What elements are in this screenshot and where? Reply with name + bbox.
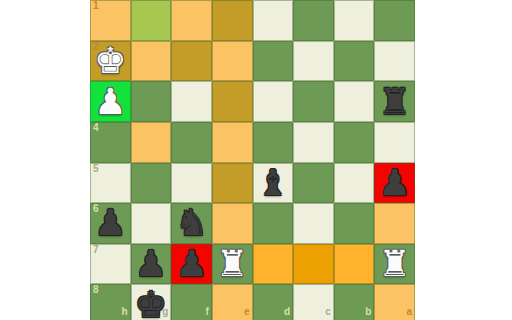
square-c1[interactable] bbox=[293, 0, 334, 41]
black-pawn-f7[interactable]: ♟ bbox=[171, 244, 212, 285]
square-b2[interactable] bbox=[334, 41, 375, 82]
file-label-e: e bbox=[244, 307, 250, 317]
file-label-d: d bbox=[284, 307, 290, 317]
square-h6[interactable]: 6♟ bbox=[90, 203, 131, 244]
square-b4[interactable] bbox=[334, 122, 375, 163]
chess-app-screen: 12♚♟♜45♝♟6♟♞7♟♟♜♜8hg♚fedcba bbox=[0, 0, 512, 320]
square-a6[interactable] bbox=[374, 203, 415, 244]
rank-label-1: 1 bbox=[93, 1, 99, 11]
square-b6[interactable] bbox=[334, 203, 375, 244]
square-d1[interactable] bbox=[253, 0, 294, 41]
square-h3[interactable]: ♟ bbox=[90, 81, 131, 122]
square-c7[interactable] bbox=[293, 244, 334, 285]
square-a8[interactable]: a bbox=[374, 284, 415, 320]
square-c5[interactable] bbox=[293, 163, 334, 204]
square-d5[interactable]: ♝ bbox=[253, 163, 294, 204]
rank-label-5: 5 bbox=[93, 164, 99, 174]
rank-label-7: 7 bbox=[93, 245, 99, 255]
square-f2[interactable] bbox=[171, 41, 212, 82]
square-g7[interactable]: ♟ bbox=[131, 244, 172, 285]
square-b5[interactable] bbox=[334, 163, 375, 204]
square-d4[interactable] bbox=[253, 122, 294, 163]
square-c4[interactable] bbox=[293, 122, 334, 163]
square-e3[interactable] bbox=[212, 81, 253, 122]
black-pawn-g7[interactable]: ♟ bbox=[131, 244, 172, 285]
square-c6[interactable] bbox=[293, 203, 334, 244]
black-king-g8[interactable]: ♚ bbox=[131, 284, 172, 320]
black-pawn-h6[interactable]: ♟ bbox=[90, 203, 131, 244]
square-b1[interactable] bbox=[334, 0, 375, 41]
square-c3[interactable] bbox=[293, 81, 334, 122]
square-g1[interactable] bbox=[131, 0, 172, 41]
square-a4[interactable] bbox=[374, 122, 415, 163]
square-g2[interactable] bbox=[131, 41, 172, 82]
square-b8[interactable]: b bbox=[334, 284, 375, 320]
white-rook-e7[interactable]: ♜ bbox=[212, 244, 253, 285]
square-f6[interactable]: ♞ bbox=[171, 203, 212, 244]
square-f5[interactable] bbox=[171, 163, 212, 204]
square-f8[interactable]: f bbox=[171, 284, 212, 320]
square-a1[interactable] bbox=[374, 0, 415, 41]
square-g8[interactable]: g♚ bbox=[131, 284, 172, 320]
square-h1[interactable]: 1 bbox=[90, 0, 131, 41]
square-h2[interactable]: 2♚ bbox=[90, 41, 131, 82]
square-c2[interactable] bbox=[293, 41, 334, 82]
file-label-c: c bbox=[325, 307, 331, 317]
black-pawn-a5[interactable]: ♟ bbox=[374, 163, 415, 204]
square-d3[interactable] bbox=[253, 81, 294, 122]
file-label-f: f bbox=[206, 307, 209, 317]
black-rook-a3[interactable]: ♜ bbox=[374, 81, 415, 122]
square-g6[interactable] bbox=[131, 203, 172, 244]
square-g3[interactable] bbox=[131, 81, 172, 122]
file-label-b: b bbox=[365, 307, 371, 317]
square-f4[interactable] bbox=[171, 122, 212, 163]
square-h5[interactable]: 5 bbox=[90, 163, 131, 204]
square-d6[interactable] bbox=[253, 203, 294, 244]
square-a5[interactable]: ♟ bbox=[374, 163, 415, 204]
white-king-h2[interactable]: ♚ bbox=[90, 41, 131, 82]
square-a3[interactable]: ♜ bbox=[374, 81, 415, 122]
square-e8[interactable]: e bbox=[212, 284, 253, 320]
square-c8[interactable]: c bbox=[293, 284, 334, 320]
square-e4[interactable] bbox=[212, 122, 253, 163]
square-f7[interactable]: ♟ bbox=[171, 244, 212, 285]
black-bishop-d5[interactable]: ♝ bbox=[253, 163, 294, 204]
square-h7[interactable]: 7 bbox=[90, 244, 131, 285]
square-e5[interactable] bbox=[212, 163, 253, 204]
square-b3[interactable] bbox=[334, 81, 375, 122]
square-h4[interactable]: 4 bbox=[90, 122, 131, 163]
black-knight-f6[interactable]: ♞ bbox=[171, 203, 212, 244]
square-f1[interactable] bbox=[171, 0, 212, 41]
rank-label-4: 4 bbox=[93, 123, 99, 133]
square-d7[interactable] bbox=[253, 244, 294, 285]
square-a7[interactable]: ♜ bbox=[374, 244, 415, 285]
white-pawn-h3[interactable]: ♟ bbox=[90, 81, 131, 122]
square-d2[interactable] bbox=[253, 41, 294, 82]
square-g4[interactable] bbox=[131, 122, 172, 163]
square-e1[interactable] bbox=[212, 0, 253, 41]
square-b7[interactable] bbox=[334, 244, 375, 285]
square-a2[interactable] bbox=[374, 41, 415, 82]
square-f3[interactable] bbox=[171, 81, 212, 122]
square-h8[interactable]: 8h bbox=[90, 284, 131, 320]
square-e6[interactable] bbox=[212, 203, 253, 244]
square-e7[interactable]: ♜ bbox=[212, 244, 253, 285]
square-e2[interactable] bbox=[212, 41, 253, 82]
chess-board: 12♚♟♜45♝♟6♟♞7♟♟♜♜8hg♚fedcba bbox=[90, 0, 415, 320]
square-d8[interactable]: d bbox=[253, 284, 294, 320]
square-g5[interactable] bbox=[131, 163, 172, 204]
file-label-a: a bbox=[406, 307, 412, 317]
file-label-h: h bbox=[122, 307, 128, 317]
rank-label-8: 8 bbox=[93, 285, 99, 295]
white-rook-a7[interactable]: ♜ bbox=[374, 244, 415, 285]
